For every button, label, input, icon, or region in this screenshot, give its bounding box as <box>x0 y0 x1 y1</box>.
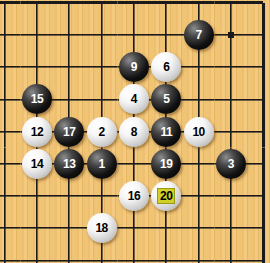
move-number-label: 17 <box>63 125 75 139</box>
intersection-c4-r5[interactable]: 2 <box>85 115 117 147</box>
stone-15-black[interactable]: 15 <box>22 84 52 114</box>
intersection-c5-r8[interactable] <box>118 212 150 244</box>
intersection-c8-r1[interactable] <box>215 0 247 19</box>
stone-2-white[interactable]: 2 <box>87 117 117 147</box>
intersection-c2-r6[interactable]: 14 <box>21 148 53 180</box>
intersection-c8-r3[interactable] <box>215 51 247 83</box>
intersection-c3-r4[interactable] <box>53 83 85 115</box>
stone-3-black[interactable]: 3 <box>216 149 246 179</box>
stone-10-white[interactable]: 10 <box>184 117 214 147</box>
intersection-c3-r8[interactable] <box>53 212 85 244</box>
intersection-c2-r8[interactable] <box>21 212 53 244</box>
move-number-label: 2 <box>98 125 104 139</box>
intersection-c5-r9[interactable] <box>118 244 150 263</box>
intersection-c5-r6[interactable] <box>118 148 150 180</box>
intersection-c5-r2[interactable] <box>118 19 150 51</box>
stone-5-black[interactable]: 5 <box>151 84 181 114</box>
intersection-c3-r1[interactable] <box>53 0 85 19</box>
move-number-label: 14 <box>31 157 43 171</box>
intersection-c9-r9[interactable] <box>247 244 270 263</box>
intersection-c3-r3[interactable] <box>53 51 85 83</box>
intersection-c7-r2[interactable]: 7 <box>182 19 214 51</box>
intersection-c4-r3[interactable] <box>85 51 117 83</box>
intersection-c5-r4[interactable]: 4 <box>118 83 150 115</box>
intersection-c2-r2[interactable] <box>21 19 53 51</box>
intersection-c1-r3[interactable] <box>0 51 21 83</box>
intersection-c6-r6[interactable]: 19 <box>150 148 182 180</box>
stone-13-black[interactable]: 13 <box>54 149 84 179</box>
intersection-c2-r5[interactable]: 12 <box>21 115 53 147</box>
intersection-c7-r8[interactable] <box>182 212 214 244</box>
intersection-c2-r4[interactable]: 15 <box>21 83 53 115</box>
move-number-label: 8 <box>131 125 137 139</box>
intersection-c7-r1[interactable] <box>182 0 214 19</box>
move-number-label: 15 <box>31 92 43 106</box>
intersection-c5-r5[interactable]: 8 <box>118 115 150 147</box>
move-number-label: 16 <box>128 189 140 203</box>
move-number-label: 19 <box>160 157 172 171</box>
intersection-c6-r5[interactable]: 11 <box>150 115 182 147</box>
intersection-c2-r9[interactable] <box>21 244 53 263</box>
intersection-c7-r9[interactable] <box>182 244 214 263</box>
star-point <box>228 32 234 38</box>
intersection-c9-r2[interactable] <box>247 19 270 51</box>
intersection-c4-r1[interactable] <box>85 0 117 19</box>
intersection-c6-r3[interactable]: 6 <box>150 51 182 83</box>
move-number-label: 9 <box>131 60 137 74</box>
move-number-label: 5 <box>163 92 169 106</box>
intersection-c6-r9[interactable] <box>150 244 182 263</box>
intersection-c1-r8[interactable] <box>0 212 21 244</box>
intersection-c5-r3[interactable]: 9 <box>118 51 150 83</box>
intersection-c1-r6[interactable] <box>0 148 21 180</box>
stone-19-black[interactable]: 19 <box>151 149 181 179</box>
stone-20-white[interactable]: 20 <box>151 181 181 211</box>
intersection-c6-r4[interactable]: 5 <box>150 83 182 115</box>
intersection-c8-r4[interactable] <box>215 83 247 115</box>
move-number-label: 4 <box>131 92 137 106</box>
intersection-c7-r6[interactable] <box>182 148 214 180</box>
intersection-c3-r9[interactable] <box>53 244 85 263</box>
move-number-label: 10 <box>192 125 204 139</box>
intersection-c9-r7[interactable] <box>247 180 270 212</box>
stone-12-white[interactable]: 12 <box>22 117 52 147</box>
intersection-c4-r7[interactable] <box>85 180 117 212</box>
intersection-c9-r3[interactable] <box>247 51 270 83</box>
intersection-c1-r2[interactable] <box>0 19 21 51</box>
stone-6-white[interactable]: 6 <box>151 52 181 82</box>
intersection-c3-r2[interactable] <box>53 19 85 51</box>
intersection-c8-r5[interactable] <box>215 115 247 147</box>
intersection-c8-r7[interactable] <box>215 180 247 212</box>
move-number-label: 13 <box>63 157 75 171</box>
intersection-c8-r8[interactable] <box>215 212 247 244</box>
intersection-c9-r1[interactable] <box>247 0 270 19</box>
intersection-c6-r2[interactable] <box>150 19 182 51</box>
move-number-label: 7 <box>195 28 201 42</box>
intersection-c3-r5[interactable]: 17 <box>53 115 85 147</box>
intersection-c2-r1[interactable] <box>21 0 53 19</box>
stone-18-white[interactable]: 18 <box>87 213 117 243</box>
intersection-c4-r8[interactable]: 18 <box>85 212 117 244</box>
intersection-c9-r6[interactable] <box>247 148 270 180</box>
move-number-label: 18 <box>95 221 107 235</box>
intersection-c1-r1[interactable] <box>0 0 21 19</box>
intersection-c5-r1[interactable] <box>118 0 150 19</box>
intersection-c2-r3[interactable] <box>21 51 53 83</box>
move-number-label: 6 <box>163 60 169 74</box>
intersection-c4-r6[interactable]: 1 <box>85 148 117 180</box>
intersection-c1-r5[interactable] <box>0 115 21 147</box>
go-board: 7961545121728111014131193162018 <box>0 0 270 263</box>
stone-8-white[interactable]: 8 <box>119 117 149 147</box>
stone-11-black[interactable]: 11 <box>151 117 181 147</box>
intersection-c7-r5[interactable]: 10 <box>182 115 214 147</box>
stone-4-white[interactable]: 4 <box>119 84 149 114</box>
move-number-label: 3 <box>228 157 234 171</box>
stone-9-black[interactable]: 9 <box>119 52 149 82</box>
intersection-c1-r9[interactable] <box>0 244 21 263</box>
intersection-c6-r8[interactable] <box>150 212 182 244</box>
intersection-c5-r7[interactable]: 16 <box>118 180 150 212</box>
intersection-c8-r2[interactable] <box>215 19 247 51</box>
intersection-c7-r3[interactable] <box>182 51 214 83</box>
intersection-c1-r7[interactable] <box>0 180 21 212</box>
intersection-c7-r4[interactable] <box>182 83 214 115</box>
intersection-c2-r7[interactable] <box>21 180 53 212</box>
intersection-c8-r9[interactable] <box>215 244 247 263</box>
intersection-c4-r4[interactable] <box>85 83 117 115</box>
stone-17-black[interactable]: 17 <box>54 117 84 147</box>
stone-14-white[interactable]: 14 <box>22 149 52 179</box>
last-move-number-label: 20 <box>157 188 175 204</box>
intersection-c3-r7[interactable] <box>53 180 85 212</box>
intersection-c7-r7[interactable] <box>182 180 214 212</box>
intersection-c9-r8[interactable] <box>247 212 270 244</box>
intersection-c9-r5[interactable] <box>247 115 270 147</box>
intersection-c4-r9[interactable] <box>85 244 117 263</box>
intersection-c6-r1[interactable] <box>150 0 182 19</box>
intersection-c9-r4[interactable] <box>247 83 270 115</box>
stone-1-black[interactable]: 1 <box>87 149 117 179</box>
intersection-c6-r7[interactable]: 20 <box>150 180 182 212</box>
move-number-label: 1 <box>98 157 104 171</box>
intersection-c3-r6[interactable]: 13 <box>53 148 85 180</box>
move-number-label: 11 <box>160 125 172 139</box>
intersection-c4-r2[interactable] <box>85 19 117 51</box>
stone-16-white[interactable]: 16 <box>119 181 149 211</box>
intersection-c1-r4[interactable] <box>0 83 21 115</box>
go-board-grid: 7961545121728111014131193162018 <box>0 0 270 263</box>
stone-7-black[interactable]: 7 <box>184 20 214 50</box>
move-number-label: 12 <box>31 125 43 139</box>
intersection-c8-r6[interactable]: 3 <box>215 148 247 180</box>
